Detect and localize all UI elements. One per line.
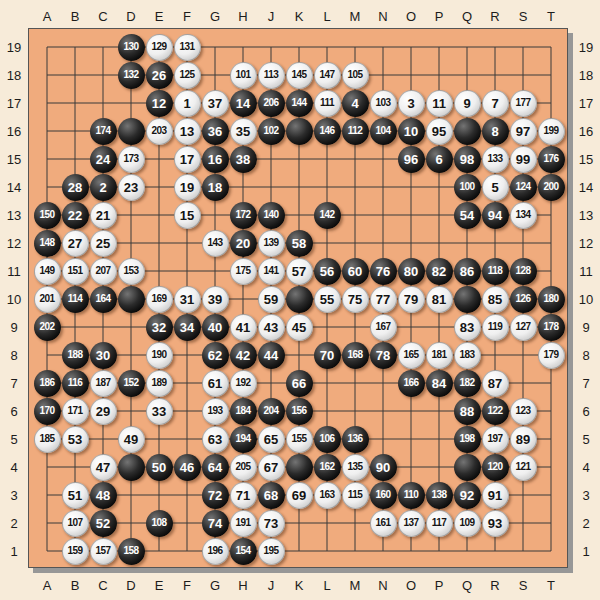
- white-stone-Q9: 83: [454, 314, 481, 341]
- black-stone-D1: 158: [118, 538, 145, 565]
- col-label-top-H: H: [238, 9, 247, 24]
- white-stone-B5: 53: [62, 426, 89, 453]
- black-stone-J6: 204: [258, 398, 285, 425]
- row-label-right-10: 10: [579, 292, 593, 307]
- black-stone-H17: 14: [230, 90, 257, 117]
- white-stone-P2: 117: [426, 510, 453, 537]
- white-stone-E6: 33: [146, 398, 173, 425]
- white-stone-D14: 23: [118, 174, 145, 201]
- black-stone-Q6: 88: [454, 398, 481, 425]
- white-stone-J4: 67: [258, 454, 285, 481]
- white-stone-R14: 5: [482, 174, 509, 201]
- white-stone-H3: 71: [230, 482, 257, 509]
- white-stone-R15: 133: [482, 146, 509, 173]
- white-stone-S6: 123: [510, 398, 537, 425]
- black-stone-P11: 82: [426, 258, 453, 285]
- black-stone-G14: 18: [202, 174, 229, 201]
- black-stone-A7: 186: [34, 370, 61, 397]
- white-stone-G1: 196: [202, 538, 229, 565]
- black-stone-M17: 4: [342, 90, 369, 117]
- black-stone-E2: 108: [146, 510, 173, 537]
- handicap-stone-D16: [118, 118, 145, 145]
- col-label-bottom-Q: Q: [462, 578, 472, 593]
- white-stone-B2: 107: [62, 510, 89, 537]
- white-stone-F17: 1: [174, 90, 201, 117]
- white-stone-E16: 203: [146, 118, 173, 145]
- row-label-left-7: 7: [10, 376, 17, 391]
- black-stone-S11: 128: [510, 258, 537, 285]
- white-stone-J1: 195: [258, 538, 285, 565]
- black-stone-Q3: 92: [454, 482, 481, 509]
- white-stone-B3: 51: [62, 482, 89, 509]
- row-label-left-6: 6: [10, 404, 17, 419]
- black-stone-O3: 110: [398, 482, 425, 509]
- black-stone-T10: 180: [538, 286, 565, 313]
- black-stone-H12: 20: [230, 230, 257, 257]
- black-stone-G4: 64: [202, 454, 229, 481]
- white-stone-A10: 201: [34, 286, 61, 313]
- black-stone-C2: 52: [90, 510, 117, 537]
- row-label-left-12: 12: [7, 236, 21, 251]
- black-stone-F9: 34: [174, 314, 201, 341]
- white-stone-H7: 192: [230, 370, 257, 397]
- black-stone-G8: 62: [202, 342, 229, 369]
- white-stone-M10: 75: [342, 286, 369, 313]
- col-label-bottom-T: T: [547, 578, 555, 593]
- white-stone-G6: 193: [202, 398, 229, 425]
- row-label-left-16: 16: [7, 124, 21, 139]
- white-stone-G7: 61: [202, 370, 229, 397]
- white-stone-H18: 101: [230, 62, 257, 89]
- black-stone-B7: 116: [62, 370, 89, 397]
- black-stone-N4: 90: [370, 454, 397, 481]
- white-stone-L18: 147: [314, 62, 341, 89]
- white-stone-P17: 11: [426, 90, 453, 117]
- white-stone-R17: 7: [482, 90, 509, 117]
- white-stone-P8: 181: [426, 342, 453, 369]
- black-stone-D18: 132: [118, 62, 145, 89]
- row-label-right-16: 16: [579, 124, 593, 139]
- white-stone-F13: 15: [174, 202, 201, 229]
- black-stone-B8: 188: [62, 342, 89, 369]
- black-stone-Q13: 54: [454, 202, 481, 229]
- white-stone-H16: 35: [230, 118, 257, 145]
- white-stone-T8: 179: [538, 342, 565, 369]
- black-stone-O15: 96: [398, 146, 425, 173]
- handicap-stone-K10: [286, 286, 313, 313]
- black-stone-T14: 200: [538, 174, 565, 201]
- black-stone-N16: 104: [370, 118, 397, 145]
- col-label-bottom-M: M: [350, 578, 361, 593]
- black-stone-L13: 142: [314, 202, 341, 229]
- col-label-bottom-L: L: [323, 578, 330, 593]
- row-label-right-9: 9: [582, 320, 589, 335]
- black-stone-H6: 184: [230, 398, 257, 425]
- black-stone-B13: 22: [62, 202, 89, 229]
- black-stone-J17: 206: [258, 90, 285, 117]
- row-label-left-11: 11: [7, 264, 21, 279]
- white-stone-A5: 185: [34, 426, 61, 453]
- black-stone-M11: 60: [342, 258, 369, 285]
- white-stone-D5: 49: [118, 426, 145, 453]
- black-stone-M16: 112: [342, 118, 369, 145]
- white-stone-S9: 127: [510, 314, 537, 341]
- white-stone-L17: 111: [314, 90, 341, 117]
- black-stone-H13: 172: [230, 202, 257, 229]
- white-stone-S16: 97: [510, 118, 537, 145]
- col-label-bottom-F: F: [183, 578, 191, 593]
- black-stone-M8: 168: [342, 342, 369, 369]
- white-stone-S4: 121: [510, 454, 537, 481]
- white-stone-K5: 155: [286, 426, 313, 453]
- black-stone-A6: 170: [34, 398, 61, 425]
- col-label-top-T: T: [547, 9, 555, 24]
- black-stone-K6: 156: [286, 398, 313, 425]
- black-stone-T9: 178: [538, 314, 565, 341]
- col-label-top-J: J: [268, 9, 275, 24]
- white-stone-T16: 199: [538, 118, 565, 145]
- row-label-right-1: 1: [582, 544, 589, 559]
- black-stone-H1: 154: [230, 538, 257, 565]
- white-stone-P10: 81: [426, 286, 453, 313]
- black-stone-G9: 40: [202, 314, 229, 341]
- black-stone-F4: 46: [174, 454, 201, 481]
- black-stone-J8: 44: [258, 342, 285, 369]
- white-stone-G5: 63: [202, 426, 229, 453]
- row-label-left-15: 15: [7, 152, 21, 167]
- white-stone-G12: 143: [202, 230, 229, 257]
- row-label-right-19: 19: [579, 40, 593, 55]
- black-stone-R4: 120: [482, 454, 509, 481]
- white-stone-O17: 3: [398, 90, 425, 117]
- black-stone-L11: 56: [314, 258, 341, 285]
- white-stone-H4: 205: [230, 454, 257, 481]
- white-stone-M3: 115: [342, 482, 369, 509]
- row-label-right-12: 12: [579, 236, 593, 251]
- col-label-bottom-P: P: [435, 578, 444, 593]
- black-stone-H8: 42: [230, 342, 257, 369]
- col-label-top-E: E: [155, 9, 164, 24]
- white-stone-O2: 137: [398, 510, 425, 537]
- row-label-left-9: 9: [10, 320, 17, 335]
- black-stone-G3: 72: [202, 482, 229, 509]
- white-stone-J12: 139: [258, 230, 285, 257]
- row-label-right-14: 14: [579, 180, 593, 195]
- black-stone-L8: 70: [314, 342, 341, 369]
- white-stone-K9: 45: [286, 314, 313, 341]
- white-stone-F14: 19: [174, 174, 201, 201]
- col-label-bottom-C: C: [98, 578, 107, 593]
- black-stone-K17: 144: [286, 90, 313, 117]
- row-label-right-3: 3: [582, 488, 589, 503]
- row-label-left-8: 8: [10, 348, 17, 363]
- row-label-left-10: 10: [7, 292, 21, 307]
- white-stone-H11: 175: [230, 258, 257, 285]
- white-stone-Q2: 109: [454, 510, 481, 537]
- handicap-stone-D4: [118, 454, 145, 481]
- black-stone-B10: 114: [62, 286, 89, 313]
- black-stone-Q11: 86: [454, 258, 481, 285]
- black-stone-A9: 202: [34, 314, 61, 341]
- white-stone-K11: 57: [286, 258, 313, 285]
- black-stone-Q5: 198: [454, 426, 481, 453]
- white-stone-C12: 25: [90, 230, 117, 257]
- col-label-top-Q: Q: [462, 9, 472, 24]
- white-stone-E19: 129: [146, 34, 173, 61]
- white-stone-S15: 99: [510, 146, 537, 173]
- black-stone-N11: 76: [370, 258, 397, 285]
- col-label-top-O: O: [406, 9, 416, 24]
- black-stone-L4: 162: [314, 454, 341, 481]
- col-label-bottom-N: N: [378, 578, 387, 593]
- white-stone-D11: 153: [118, 258, 145, 285]
- black-stone-P7: 84: [426, 370, 453, 397]
- col-label-top-K: K: [295, 9, 304, 24]
- black-stone-G2: 74: [202, 510, 229, 537]
- row-label-left-17: 17: [7, 96, 21, 111]
- row-label-right-15: 15: [579, 152, 593, 167]
- row-label-right-8: 8: [582, 348, 589, 363]
- white-stone-J11: 141: [258, 258, 285, 285]
- black-stone-C8: 30: [90, 342, 117, 369]
- black-stone-K12: 58: [286, 230, 313, 257]
- white-stone-C4: 47: [90, 454, 117, 481]
- col-label-bottom-A: A: [43, 578, 52, 593]
- black-stone-A12: 148: [34, 230, 61, 257]
- col-label-top-P: P: [435, 9, 444, 24]
- row-label-left-3: 3: [10, 488, 17, 503]
- row-label-left-19: 19: [7, 40, 21, 55]
- white-stone-L10: 55: [314, 286, 341, 313]
- col-label-top-D: D: [126, 9, 135, 24]
- white-stone-N2: 161: [370, 510, 397, 537]
- white-stone-J10: 59: [258, 286, 285, 313]
- handicap-stone-K16: [286, 118, 313, 145]
- white-stone-R3: 91: [482, 482, 509, 509]
- white-stone-R9: 119: [482, 314, 509, 341]
- white-stone-O10: 79: [398, 286, 425, 313]
- white-stone-J18: 113: [258, 62, 285, 89]
- white-stone-F15: 17: [174, 146, 201, 173]
- black-stone-P15: 6: [426, 146, 453, 173]
- black-stone-S14: 124: [510, 174, 537, 201]
- white-stone-P16: 95: [426, 118, 453, 145]
- black-stone-D7: 152: [118, 370, 145, 397]
- col-label-bottom-R: R: [490, 578, 499, 593]
- col-label-top-R: R: [490, 9, 499, 24]
- white-stone-C13: 21: [90, 202, 117, 229]
- row-label-right-11: 11: [579, 264, 593, 279]
- col-label-bottom-J: J: [268, 578, 275, 593]
- white-stone-G17: 37: [202, 90, 229, 117]
- white-stone-B6: 171: [62, 398, 89, 425]
- white-stone-D15: 173: [118, 146, 145, 173]
- row-label-left-1: 1: [10, 544, 17, 559]
- row-label-left-4: 4: [10, 460, 17, 475]
- black-stone-D19: 130: [118, 34, 145, 61]
- black-stone-E17: 12: [146, 90, 173, 117]
- black-stone-L16: 146: [314, 118, 341, 145]
- black-stone-C16: 174: [90, 118, 117, 145]
- row-label-left-5: 5: [10, 432, 17, 447]
- black-stone-O16: 10: [398, 118, 425, 145]
- black-stone-G16: 36: [202, 118, 229, 145]
- white-stone-A11: 149: [34, 258, 61, 285]
- row-label-left-18: 18: [7, 68, 21, 83]
- white-stone-J2: 73: [258, 510, 285, 537]
- row-label-right-4: 4: [582, 460, 589, 475]
- white-stone-B11: 151: [62, 258, 89, 285]
- row-label-right-17: 17: [579, 96, 593, 111]
- row-label-left-13: 13: [7, 208, 21, 223]
- white-stone-F10: 31: [174, 286, 201, 313]
- col-label-top-N: N: [378, 9, 387, 24]
- black-stone-H5: 194: [230, 426, 257, 453]
- row-label-left-2: 2: [10, 516, 17, 531]
- black-stone-Q7: 182: [454, 370, 481, 397]
- col-label-bottom-E: E: [155, 578, 164, 593]
- white-stone-H2: 191: [230, 510, 257, 537]
- col-label-bottom-O: O: [406, 578, 416, 593]
- black-stone-N3: 160: [370, 482, 397, 509]
- col-label-top-L: L: [323, 9, 330, 24]
- col-label-bottom-K: K: [295, 578, 304, 593]
- white-stone-O8: 165: [398, 342, 425, 369]
- white-stone-E7: 189: [146, 370, 173, 397]
- black-stone-R16: 8: [482, 118, 509, 145]
- col-label-bottom-B: B: [71, 578, 80, 593]
- black-stone-J16: 102: [258, 118, 285, 145]
- black-stone-C15: 24: [90, 146, 117, 173]
- white-stone-M18: 105: [342, 62, 369, 89]
- col-label-bottom-H: H: [238, 578, 247, 593]
- white-stone-B1: 159: [62, 538, 89, 565]
- black-stone-G15: 16: [202, 146, 229, 173]
- handicap-stone-Q4: [454, 454, 481, 481]
- black-stone-R13: 94: [482, 202, 509, 229]
- white-stone-F18: 125: [174, 62, 201, 89]
- white-stone-S5: 89: [510, 426, 537, 453]
- black-stone-E9: 32: [146, 314, 173, 341]
- white-stone-E10: 169: [146, 286, 173, 313]
- white-stone-J9: 43: [258, 314, 285, 341]
- white-stone-N17: 103: [370, 90, 397, 117]
- row-label-right-2: 2: [582, 516, 589, 531]
- white-stone-L3: 163: [314, 482, 341, 509]
- row-label-right-13: 13: [579, 208, 593, 223]
- white-stone-K3: 69: [286, 482, 313, 509]
- col-label-top-B: B: [71, 9, 80, 24]
- row-label-right-6: 6: [582, 404, 589, 419]
- white-stone-C6: 29: [90, 398, 117, 425]
- black-stone-Q15: 98: [454, 146, 481, 173]
- handicap-stone-K4: [286, 454, 313, 481]
- black-stone-E4: 50: [146, 454, 173, 481]
- white-stone-R2: 93: [482, 510, 509, 537]
- white-stone-F19: 131: [174, 34, 201, 61]
- black-stone-T15: 176: [538, 146, 565, 173]
- col-label-top-F: F: [183, 9, 191, 24]
- white-stone-S13: 134: [510, 202, 537, 229]
- black-stone-O7: 166: [398, 370, 425, 397]
- col-label-top-M: M: [350, 9, 361, 24]
- black-stone-H15: 38: [230, 146, 257, 173]
- black-stone-A13: 150: [34, 202, 61, 229]
- col-label-bottom-G: G: [210, 578, 220, 593]
- white-stone-C7: 187: [90, 370, 117, 397]
- white-stone-Q17: 9: [454, 90, 481, 117]
- black-stone-R11: 118: [482, 258, 509, 285]
- white-stone-Q8: 183: [454, 342, 481, 369]
- white-stone-S17: 177: [510, 90, 537, 117]
- white-stone-G10: 39: [202, 286, 229, 313]
- handicap-stone-Q10: [454, 286, 481, 313]
- white-stone-R10: 85: [482, 286, 509, 313]
- col-label-bottom-S: S: [519, 578, 528, 593]
- white-stone-H9: 41: [230, 314, 257, 341]
- black-stone-R6: 122: [482, 398, 509, 425]
- white-stone-M4: 135: [342, 454, 369, 481]
- white-stone-E8: 190: [146, 342, 173, 369]
- white-stone-N10: 77: [370, 286, 397, 313]
- white-stone-K18: 145: [286, 62, 313, 89]
- black-stone-B14: 28: [62, 174, 89, 201]
- white-stone-F16: 13: [174, 118, 201, 145]
- black-stone-J3: 68: [258, 482, 285, 509]
- white-stone-B12: 27: [62, 230, 89, 257]
- black-stone-S10: 126: [510, 286, 537, 313]
- black-stone-C10: 164: [90, 286, 117, 313]
- row-label-right-7: 7: [582, 376, 589, 391]
- white-stone-C11: 207: [90, 258, 117, 285]
- black-stone-J13: 140: [258, 202, 285, 229]
- black-stone-C3: 48: [90, 482, 117, 509]
- col-label-top-G: G: [210, 9, 220, 24]
- white-stone-N9: 167: [370, 314, 397, 341]
- row-label-right-18: 18: [579, 68, 593, 83]
- white-stone-R5: 197: [482, 426, 509, 453]
- black-stone-P3: 138: [426, 482, 453, 509]
- black-stone-L5: 106: [314, 426, 341, 453]
- col-label-top-A: A: [43, 9, 52, 24]
- white-stone-R7: 87: [482, 370, 509, 397]
- col-label-top-C: C: [98, 9, 107, 24]
- black-stone-Q14: 100: [454, 174, 481, 201]
- col-label-top-S: S: [519, 9, 528, 24]
- black-stone-K7: 66: [286, 370, 313, 397]
- black-stone-O11: 80: [398, 258, 425, 285]
- handicap-stone-Q16: [454, 118, 481, 145]
- white-stone-C1: 157: [90, 538, 117, 565]
- row-label-left-14: 14: [7, 180, 21, 195]
- white-stone-J5: 65: [258, 426, 285, 453]
- black-stone-C14: 2: [90, 174, 117, 201]
- col-label-bottom-D: D: [126, 578, 135, 593]
- row-label-right-5: 5: [582, 432, 589, 447]
- black-stone-M5: 136: [342, 426, 369, 453]
- black-stone-N8: 78: [370, 342, 397, 369]
- black-stone-E18: 26: [146, 62, 173, 89]
- handicap-stone-D10: [118, 286, 145, 313]
